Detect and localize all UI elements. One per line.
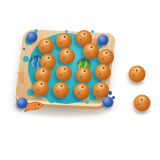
- loose-orange-peg[interactable]: [134, 95, 151, 112]
- loose-orange-peg[interactable]: [129, 66, 146, 83]
- fish-icon: [22, 69, 32, 85]
- orange-peg[interactable]: [56, 65, 72, 81]
- paint-splash: [23, 56, 29, 62]
- orange-peg[interactable]: [98, 49, 114, 65]
- blue-corner-peg[interactable]: [103, 97, 114, 108]
- blue-corner-peg[interactable]: [27, 32, 38, 43]
- blue-corner-peg[interactable]: [17, 98, 28, 109]
- orange-peg[interactable]: [33, 80, 49, 96]
- orange-peg[interactable]: [74, 83, 90, 99]
- blue-paint-dot: [23, 48, 25, 50]
- orange-peg[interactable]: [53, 82, 69, 98]
- orange-peg[interactable]: [95, 64, 111, 80]
- paint-splash: [85, 100, 89, 104]
- paint-splash: [48, 95, 56, 103]
- orange-peg[interactable]: [76, 67, 92, 83]
- orange-peg[interactable]: [83, 43, 99, 59]
- blue-corner-peg[interactable]: [98, 35, 109, 46]
- orange-peg[interactable]: [38, 38, 54, 54]
- paint-splash: [91, 30, 94, 33]
- paint-splash: [65, 30, 68, 33]
- orange-peg[interactable]: [59, 48, 75, 64]
- orange-peg[interactable]: [56, 33, 72, 49]
- memory-game-photo: [0, 0, 160, 160]
